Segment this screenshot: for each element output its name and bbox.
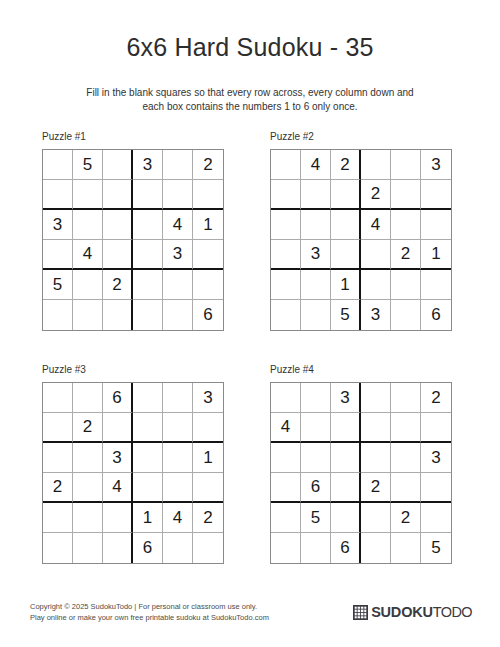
sudoku-cell-r5c5: [391, 270, 421, 300]
puzzle-1-label: Puzzle #1: [42, 131, 223, 142]
sudoku-cell-r6c6: 6: [421, 300, 451, 330]
sudoku-cell-r3c4: [361, 443, 391, 473]
sudoku-cell-r5c5: [163, 270, 193, 300]
sudoku-cell-r2c6: [193, 180, 223, 210]
sudoku-cell-r5c1: [271, 503, 301, 533]
sudoku-cell-r3c5: 4: [163, 210, 193, 240]
footer: Copyright © 2025 SudokuTodo | For person…: [30, 601, 472, 623]
footer-copyright-line: Copyright © 2025 SudokuTodo | For person…: [30, 601, 269, 612]
sudoku-cell-r6c4: [133, 300, 163, 330]
sudoku-cell-r6c5: [391, 300, 421, 330]
sudoku-cell-r3c6: 1: [193, 443, 223, 473]
sudoku-cell-r1c1: [271, 383, 301, 413]
sudoku-cell-r6c2: [301, 533, 331, 563]
sudoku-cell-r4c6: 1: [421, 240, 451, 270]
sudoku-cell-r2c2: [73, 180, 103, 210]
sudoku-cell-r4c5: [163, 473, 193, 503]
sudoku-cell-r1c3: [103, 150, 133, 180]
sudoku-cell-r6c3: [103, 533, 133, 563]
sudoku-cell-r3c1: [43, 443, 73, 473]
sudoku-cell-r1c5: [163, 150, 193, 180]
sudoku-cell-r5c1: [271, 270, 301, 300]
sudoku-cell-r3c6: [421, 210, 451, 240]
sudoku-cell-r3c2: [73, 210, 103, 240]
sudoku-cell-r6c1: [43, 533, 73, 563]
puzzle-2-board: 423243211536: [270, 149, 452, 331]
sudoku-cell-r4c4: [133, 473, 163, 503]
sudoku-cell-r6c2: [301, 300, 331, 330]
sudoku-cell-r4c5: [391, 473, 421, 503]
sudoku-cell-r5c4: 1: [133, 503, 163, 533]
sudoku-cell-r1c1: [43, 150, 73, 180]
sudoku-cell-r1c4: [361, 383, 391, 413]
sudoku-cell-r2c3: [103, 180, 133, 210]
sudoku-cell-r2c5: [391, 413, 421, 443]
sudoku-cell-r5c3: 1: [331, 270, 361, 300]
sudoku-cell-r4c3: [103, 240, 133, 270]
sudoku-cell-r4c1: 2: [43, 473, 73, 503]
puzzle-4-board: 3243625265: [270, 382, 452, 564]
sudoku-cell-r3c4: [133, 443, 163, 473]
logo-text-todo: TODO: [433, 604, 472, 620]
sudoku-cell-r2c5: [163, 413, 193, 443]
sudoku-cell-r3c2: [301, 443, 331, 473]
sudoku-cell-r1c3: 2: [331, 150, 361, 180]
sudoku-cell-r3c3: 3: [103, 443, 133, 473]
sudoku-cell-r1c5: [391, 383, 421, 413]
sudoku-cell-r3c2: [73, 443, 103, 473]
sudoku-cell-r2c3: [331, 180, 361, 210]
sudoku-cell-r5c6: [193, 270, 223, 300]
sudoku-cell-r2c2: [301, 413, 331, 443]
page: 6x6 Hard Sudoku - 35 Fill in the blank s…: [0, 0, 500, 647]
sudoku-cell-r1c6: 2: [193, 150, 223, 180]
sudoku-cell-r2c1: [271, 180, 301, 210]
sudoku-cell-r4c2: 6: [301, 473, 331, 503]
sudoku-cell-r6c4: [361, 533, 391, 563]
sudoku-cell-r2c1: 4: [271, 413, 301, 443]
sudoku-cell-r6c2: [73, 300, 103, 330]
puzzles-area: Puzzle #1 53234143526 Puzzle #2 42324321…: [42, 131, 500, 564]
sudoku-cell-r5c1: [43, 503, 73, 533]
sudoku-grid-icon: [353, 605, 371, 620]
sudoku-cell-r5c3: [331, 503, 361, 533]
footer-promo-line: Play online or make your own free printa…: [30, 612, 269, 623]
sudoku-cell-r6c1: [271, 533, 301, 563]
sudoku-cell-r3c6: 3: [421, 443, 451, 473]
sudoku-cell-r3c4: 4: [361, 210, 391, 240]
sudoku-cell-r6c6: 6: [193, 300, 223, 330]
sudoku-cell-r4c6: [193, 240, 223, 270]
puzzle-1-board: 53234143526: [42, 149, 224, 331]
instructions-line-2: each box contains the numbers 1 to 6 onl…: [142, 101, 357, 112]
puzzle-3: Puzzle #3 63231241426: [42, 364, 223, 564]
instructions-line-1: Fill in the blank squares so that every …: [86, 87, 413, 98]
sudoku-cell-r1c5: [163, 383, 193, 413]
sudoku-cell-r5c2: [73, 270, 103, 300]
sudoku-cell-r4c2: [73, 473, 103, 503]
sudoku-cell-r5c5: 4: [163, 503, 193, 533]
sudoku-cell-r6c4: 6: [133, 533, 163, 563]
sudoku-cell-r6c2: [73, 533, 103, 563]
sudoku-cell-r1c5: [391, 150, 421, 180]
sudoku-cell-r3c4: [133, 210, 163, 240]
sudoku-cell-r1c4: [361, 150, 391, 180]
sudoku-cell-r4c3: 4: [103, 473, 133, 503]
sudoku-cell-r4c6: [421, 473, 451, 503]
logo-text-sudoku: SUDOKU: [371, 604, 433, 620]
sudoku-cell-r6c3: 5: [331, 300, 361, 330]
sudoku-cell-r3c1: [271, 443, 301, 473]
sudoku-cell-r5c2: [73, 503, 103, 533]
puzzle-4-label: Puzzle #4: [270, 364, 451, 375]
sudoku-cell-r1c2: 4: [301, 150, 331, 180]
sudoku-cell-r1c4: 3: [133, 150, 163, 180]
sudoku-cell-r3c3: [331, 210, 361, 240]
sudoku-cell-r6c5: [163, 300, 193, 330]
sudoku-cell-r3c5: [163, 443, 193, 473]
sudoku-cell-r3c1: 3: [43, 210, 73, 240]
sudoku-cell-r3c6: 1: [193, 210, 223, 240]
sudoku-cell-r5c3: [103, 503, 133, 533]
sudoku-cell-r2c3: [103, 413, 133, 443]
sudoku-cell-r5c4: [133, 270, 163, 300]
puzzle-4: Puzzle #4 3243625265: [270, 364, 451, 564]
sudoku-cell-r5c6: 2: [193, 503, 223, 533]
sudoku-cell-r4c2: 3: [301, 240, 331, 270]
sudoku-cell-r4c2: 4: [73, 240, 103, 270]
sudoku-cell-r3c5: [391, 210, 421, 240]
sudoku-cell-r2c4: [133, 413, 163, 443]
sudoku-cell-r4c3: [331, 473, 361, 503]
puzzle-1: Puzzle #1 53234143526: [42, 131, 223, 331]
sudoku-cell-r3c1: [271, 210, 301, 240]
sudoku-cell-r4c3: [331, 240, 361, 270]
sudoku-cell-r2c3: [331, 413, 361, 443]
sudoku-cell-r4c4: [133, 240, 163, 270]
sudoku-cell-r1c6: 2: [421, 383, 451, 413]
sudoku-cell-r6c4: 3: [361, 300, 391, 330]
sudoku-cell-r2c6: [421, 413, 451, 443]
sudoku-cell-r4c5: 2: [391, 240, 421, 270]
sudoku-cell-r6c6: 5: [421, 533, 451, 563]
sudoku-cell-r5c5: 2: [391, 503, 421, 533]
instructions: Fill in the blank squares so that every …: [0, 86, 500, 114]
sudoku-cell-r4c6: [193, 473, 223, 503]
sudoku-cell-r2c2: [301, 180, 331, 210]
puzzle-2-label: Puzzle #2: [270, 131, 451, 142]
puzzle-3-label: Puzzle #3: [42, 364, 223, 375]
sudoku-cell-r5c2: [301, 270, 331, 300]
sudoku-cell-r2c6: [193, 413, 223, 443]
sudoku-cell-r3c2: [301, 210, 331, 240]
puzzle-2: Puzzle #2 423243211536: [270, 131, 451, 331]
sudoku-cell-r5c1: 5: [43, 270, 73, 300]
sudoku-cell-r1c1: [43, 383, 73, 413]
sudoku-cell-r1c3: 6: [103, 383, 133, 413]
sudoku-cell-r6c1: [271, 300, 301, 330]
sudoku-cell-r6c5: [391, 533, 421, 563]
sudokutodo-logo: SUDOKUTODO: [353, 604, 472, 620]
sudoku-cell-r3c3: [331, 443, 361, 473]
sudoku-cell-r2c4: [133, 180, 163, 210]
sudoku-cell-r5c2: 5: [301, 503, 331, 533]
sudoku-cell-r2c4: 2: [361, 180, 391, 210]
sudoku-cell-r1c6: 3: [193, 383, 223, 413]
sudoku-cell-r2c5: [163, 180, 193, 210]
sudoku-cell-r1c2: [301, 383, 331, 413]
sudoku-cell-r1c1: [271, 150, 301, 180]
sudoku-cell-r6c1: [43, 300, 73, 330]
sudoku-cell-r6c3: 6: [331, 533, 361, 563]
puzzle-3-board: 63231241426: [42, 382, 224, 564]
footer-text: Copyright © 2025 SudokuTodo | For person…: [30, 601, 269, 623]
sudoku-cell-r4c1: [43, 240, 73, 270]
sudoku-cell-r2c5: [391, 180, 421, 210]
sudoku-cell-r4c4: 2: [361, 473, 391, 503]
sudoku-cell-r4c1: [271, 473, 301, 503]
sudoku-cell-r2c1: [43, 413, 73, 443]
page-title: 6x6 Hard Sudoku - 35: [0, 33, 500, 62]
sudoku-cell-r6c5: [163, 533, 193, 563]
sudoku-cell-r4c5: 3: [163, 240, 193, 270]
sudoku-cell-r6c6: [193, 533, 223, 563]
sudoku-cell-r4c1: [271, 240, 301, 270]
sudoku-cell-r5c3: 2: [103, 270, 133, 300]
sudoku-cell-r2c4: [361, 413, 391, 443]
sudoku-cell-r3c5: [391, 443, 421, 473]
sudoku-cell-r4c4: [361, 240, 391, 270]
sudoku-cell-r5c6: [421, 503, 451, 533]
sudoku-cell-r5c4: [361, 270, 391, 300]
sudoku-cell-r1c2: 5: [73, 150, 103, 180]
sudoku-cell-r2c2: 2: [73, 413, 103, 443]
sudoku-cell-r1c3: 3: [331, 383, 361, 413]
sudoku-cell-r1c6: 3: [421, 150, 451, 180]
sudoku-cell-r1c4: [133, 383, 163, 413]
sudoku-cell-r5c6: [421, 270, 451, 300]
sudoku-cell-r2c6: [421, 180, 451, 210]
sudoku-cell-r1c2: [73, 383, 103, 413]
sudoku-cell-r2c1: [43, 180, 73, 210]
sudoku-cell-r3c3: [103, 210, 133, 240]
sudoku-cell-r6c3: [103, 300, 133, 330]
sudoku-cell-r5c4: [361, 503, 391, 533]
